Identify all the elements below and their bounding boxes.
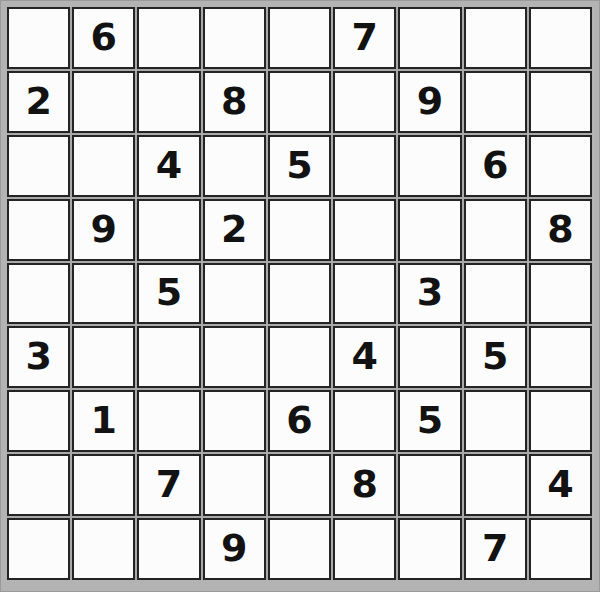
cell-r1c2: 6 xyxy=(72,7,135,69)
given-digit: 9 xyxy=(221,529,247,567)
cell-r1c7[interactable] xyxy=(398,7,461,69)
cell-r9c6[interactable] xyxy=(333,518,396,580)
cell-r7c5: 6 xyxy=(268,390,331,452)
given-digit: 5 xyxy=(417,401,443,439)
cell-r1c6: 7 xyxy=(333,7,396,69)
given-digit: 9 xyxy=(417,82,443,120)
cell-r5c6[interactable] xyxy=(333,263,396,325)
cell-r2c2[interactable] xyxy=(72,71,135,133)
cell-r5c1[interactable] xyxy=(7,263,70,325)
cell-r3c2[interactable] xyxy=(72,135,135,197)
given-digit: 5 xyxy=(286,146,312,184)
cell-r7c2: 1 xyxy=(72,390,135,452)
cell-r8c3: 7 xyxy=(137,454,200,516)
cell-r2c4: 8 xyxy=(203,71,266,133)
cell-r3c6[interactable] xyxy=(333,135,396,197)
cell-r6c4[interactable] xyxy=(203,326,266,388)
cell-r6c8: 5 xyxy=(464,326,527,388)
cell-r3c9[interactable] xyxy=(529,135,592,197)
cell-r3c5: 5 xyxy=(268,135,331,197)
sudoku-grid: 672894569285334516578497 xyxy=(7,7,592,580)
cell-r7c4[interactable] xyxy=(203,390,266,452)
cell-r2c7: 9 xyxy=(398,71,461,133)
given-digit: 3 xyxy=(417,273,443,311)
cell-r4c7[interactable] xyxy=(398,199,461,261)
cell-r7c3[interactable] xyxy=(137,390,200,452)
cell-r8c7[interactable] xyxy=(398,454,461,516)
given-digit: 4 xyxy=(351,337,377,375)
cell-r6c9[interactable] xyxy=(529,326,592,388)
given-digit: 8 xyxy=(547,210,573,248)
cell-r4c3[interactable] xyxy=(137,199,200,261)
cell-r6c3[interactable] xyxy=(137,326,200,388)
given-digit: 8 xyxy=(351,465,377,503)
cell-r5c2[interactable] xyxy=(72,263,135,325)
given-digit: 3 xyxy=(25,337,51,375)
cell-r1c9[interactable] xyxy=(529,7,592,69)
given-digit: 7 xyxy=(482,529,508,567)
cell-r7c7: 5 xyxy=(398,390,461,452)
cell-r8c1[interactable] xyxy=(7,454,70,516)
cell-r6c5[interactable] xyxy=(268,326,331,388)
cell-r9c9[interactable] xyxy=(529,518,592,580)
cell-r4c6[interactable] xyxy=(333,199,396,261)
cell-r2c8[interactable] xyxy=(464,71,527,133)
given-digit: 5 xyxy=(482,337,508,375)
cell-r9c8: 7 xyxy=(464,518,527,580)
cell-r8c4[interactable] xyxy=(203,454,266,516)
given-digit: 7 xyxy=(351,18,377,56)
cell-r7c6[interactable] xyxy=(333,390,396,452)
cell-r6c7[interactable] xyxy=(398,326,461,388)
cell-r8c8[interactable] xyxy=(464,454,527,516)
cell-r3c4[interactable] xyxy=(203,135,266,197)
cell-r5c3: 5 xyxy=(137,263,200,325)
cell-r3c7[interactable] xyxy=(398,135,461,197)
cell-r4c2: 9 xyxy=(72,199,135,261)
cell-r5c5[interactable] xyxy=(268,263,331,325)
given-digit: 1 xyxy=(91,401,117,439)
cell-r5c8[interactable] xyxy=(464,263,527,325)
cell-r6c2[interactable] xyxy=(72,326,135,388)
given-digit: 4 xyxy=(156,146,182,184)
cell-r5c7: 3 xyxy=(398,263,461,325)
cell-r3c3: 4 xyxy=(137,135,200,197)
cell-r2c5[interactable] xyxy=(268,71,331,133)
cell-r4c5[interactable] xyxy=(268,199,331,261)
cell-r4c8[interactable] xyxy=(464,199,527,261)
given-digit: 5 xyxy=(156,273,182,311)
cell-r9c5[interactable] xyxy=(268,518,331,580)
given-digit: 2 xyxy=(25,82,51,120)
cell-r2c1: 2 xyxy=(7,71,70,133)
given-digit: 6 xyxy=(482,146,508,184)
given-digit: 4 xyxy=(547,465,573,503)
cell-r7c1[interactable] xyxy=(7,390,70,452)
given-digit: 2 xyxy=(221,210,247,248)
cell-r8c2[interactable] xyxy=(72,454,135,516)
given-digit: 9 xyxy=(91,210,117,248)
cell-r4c9: 8 xyxy=(529,199,592,261)
cell-r1c4[interactable] xyxy=(203,7,266,69)
given-digit: 7 xyxy=(156,465,182,503)
given-digit: 6 xyxy=(91,18,117,56)
cell-r9c3[interactable] xyxy=(137,518,200,580)
cell-r6c6: 4 xyxy=(333,326,396,388)
cell-r9c2[interactable] xyxy=(72,518,135,580)
cell-r1c1[interactable] xyxy=(7,7,70,69)
cell-r3c1[interactable] xyxy=(7,135,70,197)
given-digit: 6 xyxy=(286,401,312,439)
cell-r1c3[interactable] xyxy=(137,7,200,69)
cell-r4c1[interactable] xyxy=(7,199,70,261)
cell-r1c5[interactable] xyxy=(268,7,331,69)
cell-r2c3[interactable] xyxy=(137,71,200,133)
cell-r7c9[interactable] xyxy=(529,390,592,452)
cell-r6c1: 3 xyxy=(7,326,70,388)
given-digit: 8 xyxy=(221,82,247,120)
cell-r7c8[interactable] xyxy=(464,390,527,452)
cell-r9c4: 9 xyxy=(203,518,266,580)
cell-r8c5[interactable] xyxy=(268,454,331,516)
cell-r9c7[interactable] xyxy=(398,518,461,580)
cell-r2c9[interactable] xyxy=(529,71,592,133)
cell-r9c1[interactable] xyxy=(7,518,70,580)
cell-r1c8[interactable] xyxy=(464,7,527,69)
cell-r4c4: 2 xyxy=(203,199,266,261)
cell-r5c4[interactable] xyxy=(203,263,266,325)
cell-r5c9[interactable] xyxy=(529,263,592,325)
cell-r8c9: 4 xyxy=(529,454,592,516)
cell-r8c6: 8 xyxy=(333,454,396,516)
sudoku-board-frame: 672894569285334516578497 xyxy=(0,0,600,592)
cell-r2c6[interactable] xyxy=(333,71,396,133)
cell-r3c8: 6 xyxy=(464,135,527,197)
